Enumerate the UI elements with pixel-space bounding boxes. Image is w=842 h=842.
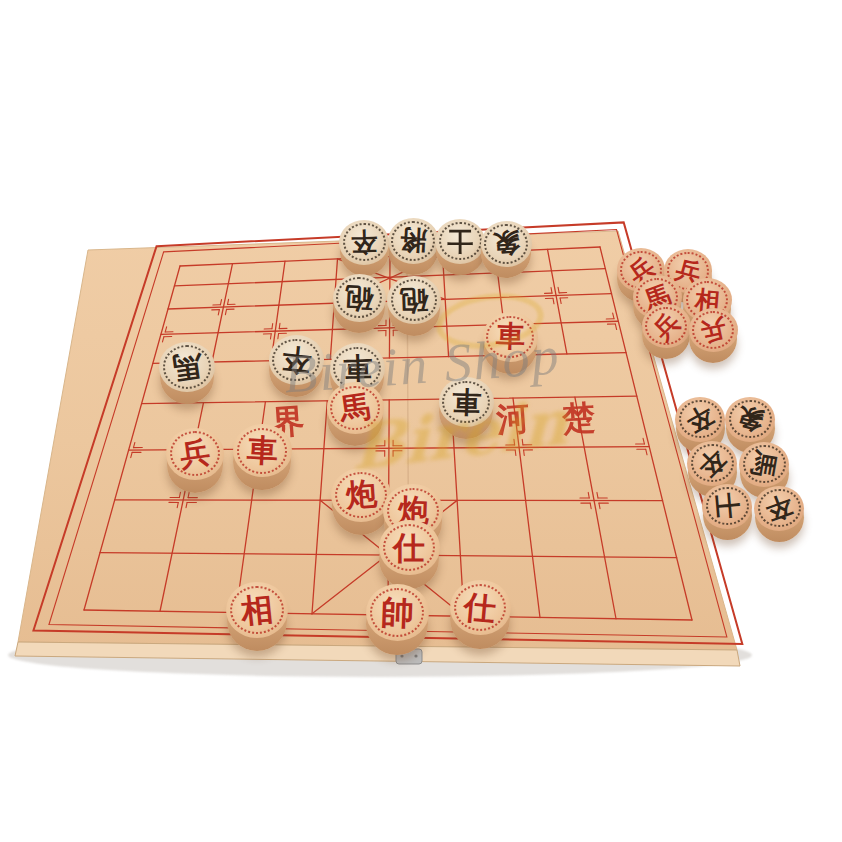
piece-character: 兵 [698,315,728,345]
piece-character: 馬 [749,449,779,479]
piece-red-general[interactable]: 帥 [366,584,429,647]
piece-face: 仕 [379,520,440,575]
product-photo: 界漢河楚 Birein Birein Shop 將士卒象兵兵馬砲砲相兵兵車卒馬車… [0,0,842,842]
piece-character: 馬 [338,391,372,425]
piece-black-soldier[interactable]: 卒 [675,397,725,447]
piece-face: 相 [226,582,288,638]
piece-face: 兵 [689,308,738,352]
piece-red-soldier[interactable]: 兵 [642,304,691,353]
piece-black-soldier[interactable]: 卒 [269,335,324,390]
piece-red-soldier[interactable]: 兵 [689,308,738,357]
piece-character: 相 [239,592,274,627]
piece-character: 車 [495,322,525,352]
piece-character: 卒 [694,445,731,482]
piece-face: 士 [435,219,485,264]
piece-red-horse[interactable]: 馬 [327,382,384,439]
piece-face: 象 [725,397,775,442]
piece-face: 卒 [675,397,725,442]
piece-black-cannon[interactable]: 砲 [333,274,386,327]
piece-red-chariot[interactable]: 車 [233,424,292,483]
piece-red-cannon[interactable]: 炮 [331,468,391,528]
piece-character: 車 [451,387,481,417]
piece-character: 仕 [463,590,498,625]
piece-red-soldier[interactable]: 兵 [166,428,224,486]
piece-character: 炮 [344,478,377,511]
piece-character: 象 [734,403,766,435]
piece-character: 砲 [400,285,429,314]
piece-character: 卒 [682,401,718,437]
piece-face: 砲 [387,276,441,325]
piece-face: 卒 [339,220,389,265]
piece-face: 仕 [450,580,511,635]
piece-character: 士 [447,228,473,254]
piece-face: 炮 [331,468,391,522]
piece-black-general[interactable]: 將 [388,218,439,269]
piece-character: 帥 [380,596,414,630]
piece-face: 帥 [366,584,429,641]
piece-character: 馬 [171,350,204,383]
piece-black-horse[interactable]: 馬 [159,342,215,398]
piece-face: 車 [233,424,292,477]
piece-face: 士 [702,484,752,529]
piece-character: 兵 [178,437,212,471]
piece-face: 卒 [687,441,737,486]
piece-character: 車 [246,435,279,468]
piece-character: 象 [492,230,521,259]
piece-face: 馬 [327,382,384,433]
piece-face: 卒 [754,486,804,531]
piece-character: 卒 [762,491,795,524]
piece-black-elephant[interactable]: 象 [725,397,775,447]
piece-face: 車 [439,377,494,427]
piece-black-cannon[interactable]: 砲 [387,276,441,330]
piece-face: 兵 [166,428,224,480]
piece-black-chariot[interactable]: 車 [439,377,494,432]
piece-face: 馬 [159,342,215,392]
piece-black-advisor[interactable]: 士 [435,219,485,269]
piece-black-soldier[interactable]: 卒 [754,486,804,536]
piece-character: 砲 [344,283,373,312]
piece-face: 卒 [269,335,324,385]
piece-red-elephant[interactable]: 相 [226,582,288,644]
piece-character: 卒 [351,229,378,256]
piece-face: 象 [481,221,532,267]
pieces-container: 將士卒象兵兵馬砲砲相兵兵車卒馬車車馬卒象車兵卒馬炮士卒炮仕仕相帥 [0,0,842,842]
piece-character: 卒 [280,344,312,376]
piece-character: 車 [342,353,372,383]
piece-red-advisor[interactable]: 仕 [450,580,511,641]
piece-character: 士 [713,492,741,520]
piece-face: 馬 [739,442,789,487]
piece-red-chariot[interactable]: 車 [483,312,538,367]
piece-black-soldier[interactable]: 卒 [339,220,389,270]
piece-character: 兵 [648,308,683,343]
piece-red-advisor[interactable]: 仕 [379,520,440,581]
piece-character: 仕 [393,532,425,564]
piece-face: 車 [483,312,538,362]
piece-black-advisor[interactable]: 士 [702,484,752,534]
piece-face: 兵 [642,304,691,348]
piece-character: 將 [399,227,427,255]
piece-black-elephant[interactable]: 象 [481,221,532,272]
piece-face: 砲 [333,274,386,322]
piece-face: 將 [388,218,439,264]
